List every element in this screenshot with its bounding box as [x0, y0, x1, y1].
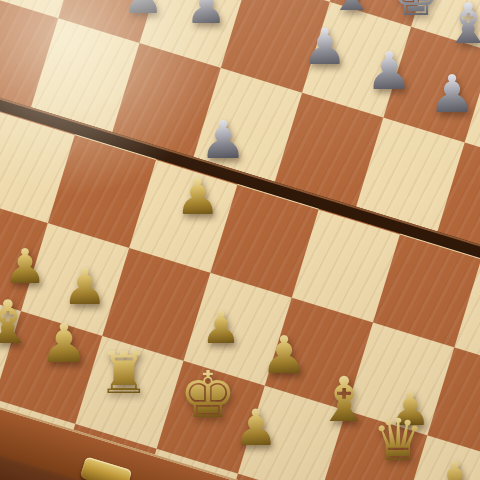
chess-piece-gold-pawn: ♟: [3, 242, 46, 290]
chess-piece-gold-pawn: ♟: [63, 262, 108, 312]
chess-piece-gold-pawn: ♟: [201, 306, 240, 350]
chess-piece-silver-pawn: ♟: [303, 22, 348, 72]
pieces-layer: ♝♟♚♟♝♟♟♟♟♟♟♟♟♝♟♟♜♚♝♟♟♛♟: [0, 0, 480, 480]
chess-piece-silver-pawn: ♟: [185, 0, 226, 30]
chess-piece-gold-queen: ♛: [372, 411, 424, 469]
chess-piece-gold-bishop: ♝: [0, 292, 35, 352]
chess-piece-silver-pawn: ♟: [429, 68, 476, 120]
chess-piece-silver-bishop: ♝: [329, 0, 376, 18]
chess-piece-gold-pawn: ♟: [261, 329, 308, 381]
chess-piece-silver-pawn: ♟: [122, 0, 163, 20]
chess-piece-gold-bishop: ♝: [316, 369, 372, 431]
chess-piece-silver-king: ♚: [392, 0, 440, 24]
chess-piece-silver-bishop: ♝: [443, 0, 480, 52]
chess-piece-silver-pawn: ♟: [366, 45, 413, 97]
chess-piece-gold-king: ♚: [179, 363, 236, 427]
chess-piece-gold-rook: ♜: [98, 344, 150, 402]
chess-set-photo: ♝♟♚♟♝♟♟♟♟♟♟♟♟♝♟♟♜♚♝♟♟♛♟: [0, 0, 480, 480]
chess-piece-gold-pawn: ♟: [40, 317, 88, 371]
chess-piece-gold-pawn: ♟: [433, 455, 478, 480]
chess-piece-gold-pawn: ♟: [234, 403, 279, 453]
chess-piece-silver-pawn: ♟: [200, 114, 247, 166]
chess-piece-gold-pawn: ♟: [176, 172, 221, 222]
